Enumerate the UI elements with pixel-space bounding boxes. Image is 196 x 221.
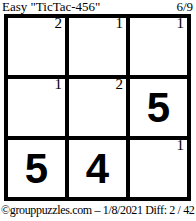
cell-r2c3[interactable]: 5 — [130, 79, 187, 136]
cell-r1c1[interactable]: 2 — [8, 18, 65, 75]
cell-value: 5 — [25, 148, 48, 190]
cell-r2c1[interactable]: 1 — [8, 79, 65, 136]
cell-value: 5 — [147, 87, 170, 129]
cell-clue: 2 — [116, 77, 124, 92]
puzzle-title: Easy "TicTac-456" — [2, 0, 100, 14]
cell-r2c2[interactable]: 2 — [69, 79, 126, 136]
cell-clue: 1 — [55, 77, 63, 92]
cell-clue: 1 — [177, 16, 185, 31]
cell-r3c3[interactable]: 1 — [130, 140, 187, 197]
cell-r1c2[interactable]: 1 — [69, 18, 126, 75]
cell-value: 4 — [86, 148, 109, 190]
cell-r1c3[interactable]: 1 — [130, 18, 187, 75]
cell-clue: 1 — [116, 16, 124, 31]
puzzle-counter: 6/9 — [176, 0, 193, 14]
cell-r3c1[interactable]: 5 — [8, 140, 65, 197]
tictac-board: 2 1 1 1 2 5 5 4 1 — [4, 14, 191, 201]
cell-clue: 2 — [55, 16, 63, 31]
cell-clue: 1 — [177, 138, 185, 153]
copyright-line: ©grouppuzzles.com – 1/8/2021 Diff: 2 / 4… — [1, 203, 196, 217]
cell-r3c2[interactable]: 4 — [69, 140, 126, 197]
puzzle-header: Easy "TicTac-456" 6/9 — [2, 0, 193, 14]
